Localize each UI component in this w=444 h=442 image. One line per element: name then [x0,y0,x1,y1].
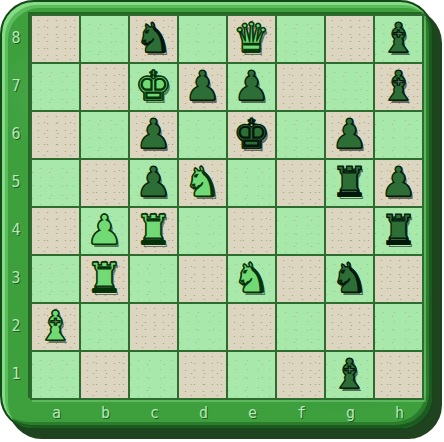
square-e7[interactable]: ♟ [228,64,277,112]
rank-labels: 87654321 [2,14,30,400]
square-c2[interactable] [130,304,179,352]
file-label-a: a [32,400,81,426]
square-b4[interactable]: ♟ [81,208,130,256]
square-e1[interactable] [228,352,277,400]
square-d7[interactable]: ♟ [179,64,228,112]
square-b7[interactable] [81,64,130,112]
square-e8[interactable]: ♛ [228,16,277,64]
square-b8[interactable] [81,16,130,64]
square-a8[interactable] [32,16,81,64]
square-d5[interactable]: ♞ [179,160,228,208]
white-bishop-a2[interactable]: ♝ [37,306,74,347]
black-king-e6[interactable]: ♚ [233,114,270,155]
rank-label-3: 3 [2,254,30,302]
white-knight-d5[interactable]: ♞ [184,162,221,203]
square-g1[interactable]: ♝ [326,352,375,400]
square-h6[interactable] [375,112,424,160]
square-d6[interactable] [179,112,228,160]
square-a3[interactable] [32,256,81,304]
square-f8[interactable] [277,16,326,64]
square-b3[interactable]: ♜ [81,256,130,304]
square-c8[interactable]: ♞ [130,16,179,64]
black-pawn-h5[interactable]: ♟ [380,162,417,203]
square-h7[interactable]: ♝ [375,64,424,112]
file-labels: abcdefgh [32,400,424,426]
square-e2[interactable] [228,304,277,352]
square-f1[interactable] [277,352,326,400]
square-f7[interactable] [277,64,326,112]
black-bishop-h8[interactable]: ♝ [380,18,417,59]
square-a2[interactable]: ♝ [32,304,81,352]
rank-label-1: 1 [2,350,30,398]
file-label-c: c [130,400,179,426]
square-d2[interactable] [179,304,228,352]
black-rook-g5[interactable]: ♜ [331,162,368,203]
white-queen-e8[interactable]: ♛ [233,18,270,59]
square-e4[interactable] [228,208,277,256]
square-d8[interactable] [179,16,228,64]
black-pawn-d7[interactable]: ♟ [184,66,221,107]
square-a7[interactable] [32,64,81,112]
square-a6[interactable] [32,112,81,160]
square-f3[interactable] [277,256,326,304]
white-king-c7[interactable]: ♚ [135,66,172,107]
rank-label-7: 7 [2,62,30,110]
square-g8[interactable] [326,16,375,64]
square-f6[interactable] [277,112,326,160]
square-a5[interactable] [32,160,81,208]
file-label-h: h [375,400,424,426]
square-h2[interactable] [375,304,424,352]
black-pawn-c5[interactable]: ♟ [135,162,172,203]
square-b2[interactable] [81,304,130,352]
square-b5[interactable] [81,160,130,208]
square-f4[interactable] [277,208,326,256]
black-rook-h4[interactable]: ♜ [380,210,417,251]
square-c1[interactable] [130,352,179,400]
square-e3[interactable]: ♞ [228,256,277,304]
file-label-e: e [228,400,277,426]
square-g4[interactable] [326,208,375,256]
square-d1[interactable] [179,352,228,400]
square-a4[interactable] [32,208,81,256]
white-pawn-b4[interactable]: ♟ [86,210,123,251]
square-c7[interactable]: ♚ [130,64,179,112]
rank-label-2: 2 [2,302,30,350]
black-pawn-c6[interactable]: ♟ [135,114,172,155]
file-label-g: g [326,400,375,426]
rank-label-5: 5 [2,158,30,206]
rank-label-8: 8 [2,14,30,62]
square-c5[interactable]: ♟ [130,160,179,208]
square-a1[interactable] [32,352,81,400]
square-c6[interactable]: ♟ [130,112,179,160]
square-d3[interactable] [179,256,228,304]
rank-label-6: 6 [2,110,30,158]
square-h1[interactable] [375,352,424,400]
file-label-b: b [81,400,130,426]
square-d4[interactable] [179,208,228,256]
square-f2[interactable] [277,304,326,352]
square-e5[interactable] [228,160,277,208]
square-g3[interactable]: ♞ [326,256,375,304]
square-e6[interactable]: ♚ [228,112,277,160]
square-g2[interactable] [326,304,375,352]
black-pawn-g6[interactable]: ♟ [331,114,368,155]
square-g5[interactable]: ♜ [326,160,375,208]
black-pawn-e7[interactable]: ♟ [233,66,270,107]
file-label-d: d [179,400,228,426]
black-knight-c8[interactable]: ♞ [135,18,172,59]
square-f5[interactable] [277,160,326,208]
white-knight-e3[interactable]: ♞ [233,258,270,299]
square-h3[interactable] [375,256,424,304]
square-g6[interactable]: ♟ [326,112,375,160]
square-b1[interactable] [81,352,130,400]
square-c3[interactable] [130,256,179,304]
file-label-f: f [277,400,326,426]
square-h5[interactable]: ♟ [375,160,424,208]
rank-label-4: 4 [2,206,30,254]
black-knight-g3[interactable]: ♞ [331,258,368,299]
square-g7[interactable] [326,64,375,112]
square-h4[interactable]: ♜ [375,208,424,256]
square-h8[interactable]: ♝ [375,16,424,64]
black-bishop-g1[interactable]: ♝ [331,354,368,395]
white-rook-b3[interactable]: ♜ [86,258,123,299]
black-bishop-h7[interactable]: ♝ [380,66,417,107]
chess-board: ♞♛♝♚♟♟♝♟♚♟♟♞♜♟♟♜♜♜♞♞♝♝ [30,14,424,400]
white-rook-c4[interactable]: ♜ [135,210,172,251]
square-c4[interactable]: ♜ [130,208,179,256]
square-b6[interactable] [81,112,130,160]
